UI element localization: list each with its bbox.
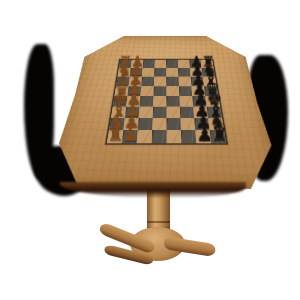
piece-wP[interactable]: ♟ bbox=[122, 126, 137, 143]
piece-wR[interactable]: ♜ bbox=[107, 126, 122, 143]
piece-bP[interactable]: ♟ bbox=[196, 126, 211, 143]
piece-bR[interactable]: ♜ bbox=[211, 126, 226, 143]
square-h6[interactable] bbox=[181, 131, 197, 144]
square-e3[interactable] bbox=[140, 96, 154, 107]
chess-board: ♜♟♟♜♞♟♟♞♝♟♟♝♛♟♟♛♚♟♟♚♝♟♟♝♞♟♟♞♜♟♟♜ bbox=[105, 59, 228, 145]
square-e5[interactable] bbox=[166, 96, 179, 107]
square-f5[interactable] bbox=[166, 107, 180, 118]
square-h4[interactable] bbox=[152, 131, 167, 144]
square-h8[interactable]: ♜ bbox=[210, 131, 227, 144]
square-f3[interactable] bbox=[139, 107, 153, 118]
square-e4[interactable] bbox=[153, 96, 166, 107]
square-h2[interactable]: ♟ bbox=[122, 131, 138, 144]
square-h7[interactable]: ♟ bbox=[195, 131, 211, 144]
tabletop: ♜♟♟♜♞♟♟♞♝♟♟♝♛♟♟♛♚♟♟♚♝♟♟♝♞♟♟♞♜♟♟♜ bbox=[46, 37, 285, 190]
table-scene: ♜♟♟♜♞♟♟♞♝♟♟♝♛♟♟♛♚♟♟♚♝♟♟♝♞♟♟♞♜♟♟♜ bbox=[20, 8, 300, 238]
square-h1[interactable]: ♜ bbox=[107, 131, 123, 144]
square-f4[interactable] bbox=[153, 107, 167, 118]
square-h3[interactable] bbox=[137, 131, 152, 144]
square-e6[interactable] bbox=[179, 96, 193, 107]
square-h5[interactable] bbox=[167, 131, 182, 144]
product-photo-stage: ♜♟♟♜♞♟♟♞♝♟♟♝♛♟♟♛♚♟♟♚♝♟♟♝♞♟♟♞♜♟♟♜ bbox=[0, 0, 300, 300]
square-f6[interactable] bbox=[180, 107, 194, 118]
